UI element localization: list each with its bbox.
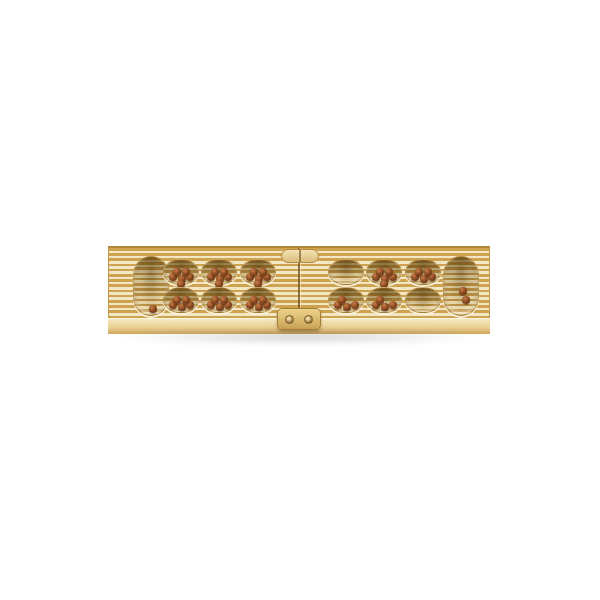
bead	[459, 287, 467, 295]
bead	[216, 303, 224, 311]
store-left	[133, 256, 169, 316]
drop-shadow	[110, 330, 488, 344]
bead	[462, 296, 470, 304]
bead	[173, 296, 181, 304]
pit-bottom-2[interactable]	[201, 287, 237, 313]
bead	[173, 268, 181, 276]
bead	[424, 268, 432, 276]
bead	[220, 296, 228, 304]
bead	[220, 268, 228, 276]
bead	[259, 268, 267, 276]
pit-bottom-1[interactable]	[163, 287, 199, 313]
bead	[255, 303, 263, 311]
bead	[178, 303, 186, 311]
pit-bottom-4[interactable]	[328, 287, 364, 313]
bead	[376, 296, 384, 304]
bead	[182, 296, 190, 304]
store-right	[443, 256, 479, 316]
pit-top-1[interactable]	[163, 259, 199, 285]
bead	[420, 275, 428, 283]
clasp-screw-icon	[304, 315, 313, 324]
pit-top-2[interactable]	[201, 259, 237, 285]
clasp-screw-icon	[285, 315, 294, 324]
pit-bottom-6[interactable]	[405, 287, 441, 313]
pit-top-4[interactable]	[328, 259, 364, 285]
pit-bottom-5[interactable]	[366, 287, 402, 313]
pit-bottom-3[interactable]	[240, 287, 276, 313]
bead	[351, 301, 359, 309]
hinge-clasp	[277, 308, 321, 330]
pit-top-6[interactable]	[405, 259, 441, 285]
pit-top-5[interactable]	[366, 259, 402, 285]
bead	[338, 296, 346, 304]
bead	[376, 268, 384, 276]
bead	[182, 268, 190, 276]
bead	[250, 268, 258, 276]
photo-canvas	[0, 0, 600, 600]
hinge-knuckle	[281, 249, 319, 263]
bead	[385, 268, 393, 276]
pit-top-3[interactable]	[240, 259, 276, 285]
bead	[211, 268, 219, 276]
bead	[389, 301, 397, 309]
bead	[343, 303, 351, 311]
bead	[381, 303, 389, 311]
hinge-knuckle-seam	[299, 250, 301, 262]
bead	[149, 305, 157, 313]
bead	[415, 268, 423, 276]
bead	[211, 296, 219, 304]
bead	[250, 296, 258, 304]
bead	[259, 296, 267, 304]
mancala-board	[108, 246, 490, 334]
